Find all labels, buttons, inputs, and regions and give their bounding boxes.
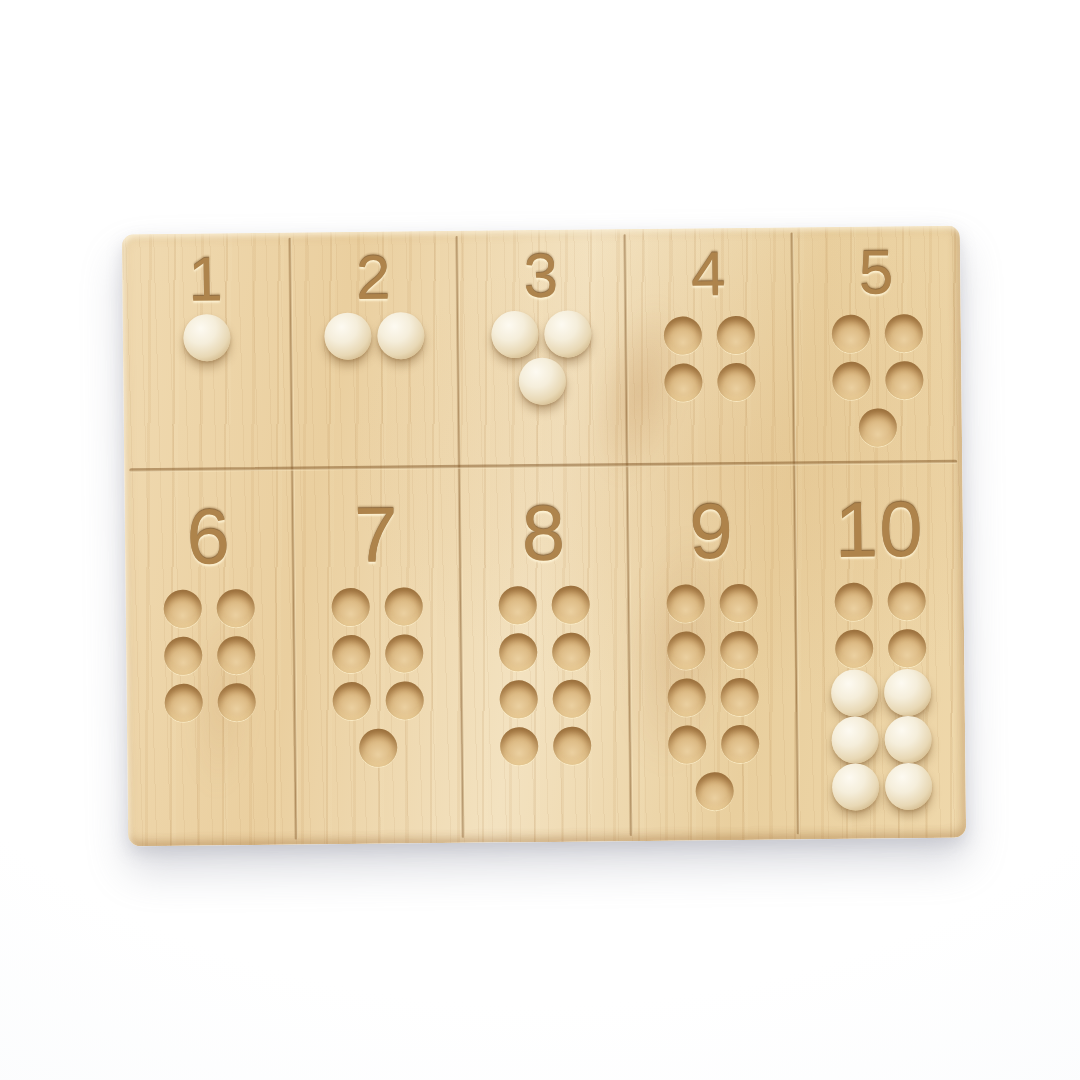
engraved-number-8: 8 <box>521 489 566 575</box>
hole-10-10[interactable] <box>889 770 927 808</box>
hole-7-4[interactable] <box>385 634 423 672</box>
cell-10: 10 <box>795 461 967 839</box>
holes-grid-4 <box>664 316 756 402</box>
hole-8-4[interactable] <box>552 632 590 670</box>
hole-8-8[interactable] <box>553 726 591 764</box>
hole-10-9[interactable] <box>836 770 874 808</box>
holes-grid-1 <box>161 321 252 360</box>
hole-8-6[interactable] <box>553 679 591 717</box>
hole-9-9[interactable] <box>695 772 733 810</box>
hole-5-2[interactable] <box>884 314 922 352</box>
hole-9-8[interactable] <box>721 724 759 762</box>
wooden-ball[interactable] <box>492 311 539 358</box>
hole-3-2[interactable] <box>549 318 587 356</box>
holes-grid-3 <box>496 318 588 404</box>
hole-8-2[interactable] <box>552 585 590 623</box>
hole-5-4[interactable] <box>885 361 923 399</box>
hole-6-6[interactable] <box>218 683 256 721</box>
cell-2: 2 <box>289 231 459 468</box>
hole-9-5[interactable] <box>668 678 706 716</box>
cell-7: 7 <box>292 466 464 844</box>
hole-7-6[interactable] <box>385 681 423 719</box>
hole-5-3[interactable] <box>832 362 870 400</box>
cell-5: 5 <box>792 226 962 463</box>
engraved-number-4: 4 <box>691 240 727 308</box>
cell-1: 1 <box>122 233 292 470</box>
hole-10-5[interactable] <box>835 676 873 714</box>
cell-grid: 12345678910 <box>122 226 966 847</box>
hole-4-2[interactable] <box>717 316 755 354</box>
hole-1-1[interactable] <box>188 321 226 359</box>
wooden-ball[interactable] <box>885 762 932 809</box>
cell-4: 4 <box>625 227 795 464</box>
wooden-ball[interactable] <box>377 312 424 359</box>
hole-3-3[interactable] <box>523 365 561 403</box>
wooden-ball[interactable] <box>183 314 230 361</box>
engraved-number-6: 6 <box>186 493 231 579</box>
holes-grid-5 <box>831 314 923 447</box>
hole-10-4[interactable] <box>888 629 926 667</box>
hole-10-3[interactable] <box>835 629 873 667</box>
cell-6: 6 <box>124 468 296 846</box>
hole-7-1[interactable] <box>331 587 369 625</box>
hole-4-3[interactable] <box>664 363 702 401</box>
hole-3-1[interactable] <box>496 318 534 356</box>
hole-8-7[interactable] <box>500 727 538 765</box>
hole-2-2[interactable] <box>382 319 420 357</box>
hole-10-6[interactable] <box>888 676 926 714</box>
hole-9-4[interactable] <box>720 630 758 668</box>
engraved-number-5: 5 <box>858 238 894 306</box>
wooden-ball[interactable] <box>832 763 879 810</box>
hole-6-5[interactable] <box>165 683 203 721</box>
hole-10-8[interactable] <box>889 723 927 761</box>
hole-7-2[interactable] <box>384 587 422 625</box>
hole-2-1[interactable] <box>329 320 367 358</box>
wooden-ball[interactable] <box>519 357 566 404</box>
hole-9-3[interactable] <box>667 631 705 669</box>
engraved-number-10: 10 <box>834 486 924 573</box>
hole-6-4[interactable] <box>217 636 255 674</box>
cell-8: 8 <box>459 465 631 843</box>
hole-4-4[interactable] <box>717 363 755 401</box>
engraved-number-3: 3 <box>523 242 559 310</box>
hole-8-3[interactable] <box>499 633 537 671</box>
wooden-ball[interactable] <box>884 668 931 715</box>
hole-4-1[interactable] <box>664 316 702 354</box>
wooden-ball[interactable] <box>884 715 931 762</box>
hole-7-7[interactable] <box>359 728 397 766</box>
wooden-ball[interactable] <box>545 310 592 357</box>
hole-10-7[interactable] <box>836 723 874 761</box>
engraved-number-1: 1 <box>188 245 224 313</box>
wooden-ball[interactable] <box>324 312 371 359</box>
engraved-number-2: 2 <box>356 244 392 312</box>
wooden-ball[interactable] <box>831 716 878 763</box>
photo-background: 12345678910 <box>0 0 1080 1080</box>
hole-10-1[interactable] <box>834 582 872 620</box>
counting-board: 12345678910 <box>122 226 966 847</box>
hole-8-1[interactable] <box>499 586 537 624</box>
engraved-number-9: 9 <box>689 488 734 574</box>
cell-9: 9 <box>627 463 799 841</box>
hole-9-2[interactable] <box>720 583 758 621</box>
holes-grid-8 <box>499 585 592 765</box>
hole-6-2[interactable] <box>217 589 255 627</box>
hole-7-5[interactable] <box>332 681 370 719</box>
holes-grid-6 <box>164 589 256 722</box>
cell-3: 3 <box>457 229 627 466</box>
hole-8-5[interactable] <box>500 680 538 718</box>
hole-7-3[interactable] <box>332 634 370 672</box>
hole-6-1[interactable] <box>164 589 202 627</box>
holes-grid-10 <box>834 582 927 809</box>
holes-grid-9 <box>667 583 760 810</box>
hole-5-5[interactable] <box>859 408 897 446</box>
hole-10-2[interactable] <box>887 582 925 620</box>
engraved-number-7: 7 <box>354 491 399 577</box>
holes-grid-2 <box>329 319 420 358</box>
hole-9-1[interactable] <box>667 584 705 622</box>
hole-6-3[interactable] <box>164 636 202 674</box>
wooden-ball[interactable] <box>831 669 878 716</box>
hole-9-7[interactable] <box>668 725 706 763</box>
hole-5-1[interactable] <box>831 315 869 353</box>
holes-grid-7 <box>331 587 424 767</box>
hole-9-6[interactable] <box>721 677 759 715</box>
